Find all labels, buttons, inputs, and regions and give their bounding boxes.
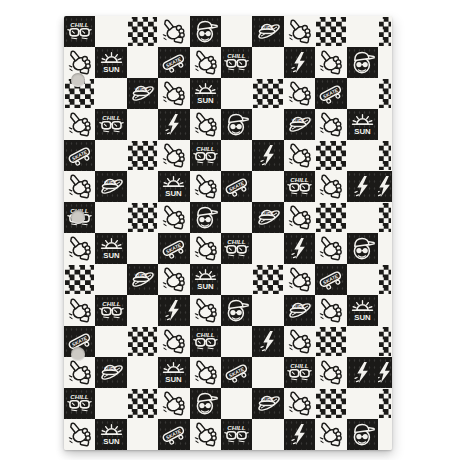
surf-icon bbox=[98, 359, 125, 386]
hand-icon bbox=[317, 235, 344, 262]
cell-checker bbox=[378, 326, 392, 357]
hand-icon bbox=[286, 328, 313, 355]
cell-skate bbox=[158, 419, 189, 450]
hand-icon bbox=[66, 235, 93, 262]
cell-skull bbox=[347, 233, 378, 264]
cell-chill bbox=[190, 326, 221, 357]
sun-icon bbox=[192, 266, 219, 293]
cell-hand bbox=[190, 295, 221, 326]
cell-skull bbox=[347, 47, 378, 78]
cell-checker bbox=[315, 326, 346, 357]
skull-icon bbox=[223, 111, 250, 138]
cell-surf bbox=[95, 171, 126, 202]
hand-icon bbox=[66, 359, 93, 386]
chill-icon bbox=[223, 421, 250, 448]
cell-checker bbox=[127, 140, 158, 171]
cell-skull bbox=[190, 202, 221, 233]
hand-icon bbox=[66, 421, 93, 448]
punch-hole-top bbox=[71, 73, 85, 87]
cell-checker bbox=[378, 264, 392, 295]
cell-hand bbox=[315, 109, 346, 140]
lightning-icon bbox=[286, 421, 313, 448]
cell-hand bbox=[284, 78, 315, 109]
hand-icon bbox=[160, 390, 187, 417]
cell-lightning bbox=[378, 171, 392, 202]
lightning-icon bbox=[255, 142, 282, 169]
cell-blank bbox=[127, 357, 158, 388]
cell-checker bbox=[315, 16, 346, 47]
cell-lightning bbox=[284, 233, 315, 264]
hand-icon bbox=[286, 204, 313, 231]
cell-checker bbox=[64, 264, 95, 295]
cell-hand bbox=[158, 140, 189, 171]
lightning-icon bbox=[378, 173, 392, 200]
cell-blank bbox=[95, 16, 126, 47]
cell-hand bbox=[158, 388, 189, 419]
cell-sun bbox=[158, 171, 189, 202]
cell-blank bbox=[95, 264, 126, 295]
cell-sun bbox=[190, 78, 221, 109]
hand-icon bbox=[66, 49, 93, 76]
hand-icon bbox=[286, 266, 313, 293]
cell-skull bbox=[190, 16, 221, 47]
cell-sun bbox=[347, 109, 378, 140]
cell-hand bbox=[284, 202, 315, 233]
cell-blank bbox=[347, 16, 378, 47]
cell-blank bbox=[221, 326, 252, 357]
surf-icon bbox=[286, 297, 313, 324]
cell-blank bbox=[221, 16, 252, 47]
punch-hole-bottom bbox=[71, 347, 85, 361]
hand-icon bbox=[160, 266, 187, 293]
cell-blank bbox=[95, 202, 126, 233]
cell-blank bbox=[95, 388, 126, 419]
cell-hand bbox=[64, 419, 95, 450]
cell-checker bbox=[378, 140, 392, 171]
cell-surf bbox=[127, 78, 158, 109]
chill-icon bbox=[223, 235, 250, 262]
skate-icon bbox=[223, 359, 250, 386]
cell-surf bbox=[95, 357, 126, 388]
cell-skate bbox=[221, 357, 252, 388]
lightning-icon bbox=[378, 359, 392, 386]
cell-checker bbox=[127, 202, 158, 233]
skate-icon bbox=[160, 235, 187, 262]
pattern-grid bbox=[64, 16, 392, 450]
cell-surf bbox=[127, 264, 158, 295]
sun-icon bbox=[349, 111, 376, 138]
cell-chill bbox=[64, 388, 95, 419]
cell-checker bbox=[127, 388, 158, 419]
cell-sun bbox=[95, 419, 126, 450]
cell-chill bbox=[190, 140, 221, 171]
cell-checker bbox=[315, 202, 346, 233]
cell-blank bbox=[347, 326, 378, 357]
cell-blank bbox=[252, 295, 283, 326]
sun-icon bbox=[192, 80, 219, 107]
hand-icon bbox=[66, 297, 93, 324]
hand-icon bbox=[192, 49, 219, 76]
cell-blank bbox=[252, 171, 283, 202]
cell-lightning bbox=[284, 47, 315, 78]
lightning-icon bbox=[160, 297, 187, 324]
cell-lightning bbox=[252, 326, 283, 357]
cell-blank bbox=[347, 264, 378, 295]
product-photo bbox=[0, 0, 460, 460]
cell-lightning bbox=[284, 419, 315, 450]
cell-blank bbox=[95, 140, 126, 171]
cell-chill bbox=[221, 47, 252, 78]
hand-icon bbox=[160, 18, 187, 45]
skull-icon bbox=[192, 18, 219, 45]
skull-icon bbox=[192, 390, 219, 417]
cell-blank bbox=[127, 295, 158, 326]
hand-icon bbox=[317, 173, 344, 200]
hand-icon bbox=[192, 235, 219, 262]
cell-blank bbox=[252, 233, 283, 264]
lightning-icon bbox=[286, 235, 313, 262]
sun-icon bbox=[98, 49, 125, 76]
skate-icon bbox=[160, 421, 187, 448]
cell-sun bbox=[158, 357, 189, 388]
cell-blank bbox=[221, 140, 252, 171]
chill-icon bbox=[192, 328, 219, 355]
cell-hand bbox=[284, 264, 315, 295]
surf-icon bbox=[98, 173, 125, 200]
hand-icon bbox=[160, 328, 187, 355]
skate-icon bbox=[66, 142, 93, 169]
cell-hand bbox=[64, 295, 95, 326]
cell-blank bbox=[127, 109, 158, 140]
cell-sun bbox=[95, 233, 126, 264]
cell-surf bbox=[252, 388, 283, 419]
chill-icon bbox=[66, 18, 93, 45]
cell-chill bbox=[64, 16, 95, 47]
cell-skull bbox=[221, 295, 252, 326]
surf-icon bbox=[255, 204, 282, 231]
cell-blank bbox=[252, 109, 283, 140]
cell-blank bbox=[221, 388, 252, 419]
cell-surf bbox=[284, 109, 315, 140]
cell-blank bbox=[252, 357, 283, 388]
cell-hand bbox=[158, 326, 189, 357]
lightning-icon bbox=[349, 173, 376, 200]
hand-icon bbox=[317, 359, 344, 386]
cell-lightning bbox=[347, 357, 378, 388]
cell-skull bbox=[347, 419, 378, 450]
hand-icon bbox=[66, 111, 93, 138]
cell-lightning bbox=[252, 140, 283, 171]
cell-lightning bbox=[158, 295, 189, 326]
cell-blank bbox=[347, 78, 378, 109]
cell-blank bbox=[127, 47, 158, 78]
cell-hand bbox=[190, 357, 221, 388]
sun-icon bbox=[98, 235, 125, 262]
chill-icon bbox=[192, 142, 219, 169]
hand-icon bbox=[160, 80, 187, 107]
cell-blank bbox=[95, 78, 126, 109]
cell-blank bbox=[221, 78, 252, 109]
cell-hand bbox=[315, 233, 346, 264]
hand-icon bbox=[317, 49, 344, 76]
skull-icon bbox=[223, 297, 250, 324]
surf-icon bbox=[129, 266, 156, 293]
cell-hand bbox=[315, 357, 346, 388]
cell-lightning bbox=[347, 171, 378, 202]
cell-hand bbox=[158, 16, 189, 47]
hand-icon bbox=[160, 142, 187, 169]
cell-hand bbox=[190, 109, 221, 140]
cell-checker bbox=[315, 140, 346, 171]
cell-hand bbox=[64, 171, 95, 202]
cell-blank bbox=[347, 388, 378, 419]
cell-blank bbox=[127, 171, 158, 202]
cell-hand bbox=[190, 47, 221, 78]
cell-checker bbox=[378, 388, 392, 419]
cell-chill bbox=[221, 419, 252, 450]
cell-blank bbox=[378, 419, 392, 450]
surf-icon bbox=[255, 18, 282, 45]
cell-surf bbox=[284, 295, 315, 326]
cell-blank bbox=[95, 326, 126, 357]
cell-hand bbox=[315, 295, 346, 326]
chill-icon bbox=[98, 111, 125, 138]
sun-icon bbox=[160, 359, 187, 386]
hand-icon bbox=[286, 390, 313, 417]
cell-lightning bbox=[158, 109, 189, 140]
cell-skull bbox=[190, 388, 221, 419]
cell-chill bbox=[95, 109, 126, 140]
cell-hand bbox=[64, 357, 95, 388]
hand-icon bbox=[286, 142, 313, 169]
cell-blank bbox=[221, 264, 252, 295]
hand-icon bbox=[317, 297, 344, 324]
hand-icon bbox=[317, 421, 344, 448]
skate-icon bbox=[223, 173, 250, 200]
hand-icon bbox=[192, 297, 219, 324]
cell-blank bbox=[252, 419, 283, 450]
cell-hand bbox=[284, 16, 315, 47]
cell-hand bbox=[190, 419, 221, 450]
skull-icon bbox=[349, 421, 376, 448]
cell-chill bbox=[284, 357, 315, 388]
lightning-icon bbox=[286, 49, 313, 76]
hand-icon bbox=[286, 80, 313, 107]
cell-skate bbox=[158, 233, 189, 264]
hand-icon bbox=[160, 204, 187, 231]
skull-icon bbox=[192, 204, 219, 231]
chill-icon bbox=[223, 49, 250, 76]
chill-icon bbox=[286, 173, 313, 200]
cell-skull bbox=[221, 109, 252, 140]
lightning-icon bbox=[349, 359, 376, 386]
cell-blank bbox=[347, 202, 378, 233]
cell-checker bbox=[315, 388, 346, 419]
cell-checker bbox=[127, 16, 158, 47]
cell-blank bbox=[378, 47, 392, 78]
surf-icon bbox=[286, 111, 313, 138]
hand-icon bbox=[317, 111, 344, 138]
cell-hand bbox=[190, 233, 221, 264]
cell-surf bbox=[252, 202, 283, 233]
cell-checker bbox=[378, 202, 392, 233]
hand-icon bbox=[192, 173, 219, 200]
surf-icon bbox=[129, 80, 156, 107]
lightning-icon bbox=[255, 328, 282, 355]
cell-hand bbox=[284, 388, 315, 419]
cell-sun bbox=[347, 295, 378, 326]
sun-icon bbox=[349, 297, 376, 324]
cell-checker bbox=[127, 326, 158, 357]
cell-lightning bbox=[378, 357, 392, 388]
chill-icon bbox=[66, 390, 93, 417]
skull-icon bbox=[349, 235, 376, 262]
chill-icon bbox=[286, 359, 313, 386]
cell-blank bbox=[378, 295, 392, 326]
cell-skate bbox=[315, 78, 346, 109]
cell-checker bbox=[378, 16, 392, 47]
cell-blank bbox=[347, 140, 378, 171]
hand-icon bbox=[192, 359, 219, 386]
folder-cover bbox=[64, 16, 392, 450]
hand-icon bbox=[192, 421, 219, 448]
cell-surf bbox=[252, 16, 283, 47]
cell-skate bbox=[64, 140, 95, 171]
cell-chill bbox=[221, 233, 252, 264]
hand-icon bbox=[192, 111, 219, 138]
cell-blank bbox=[127, 233, 158, 264]
cell-blank bbox=[378, 233, 392, 264]
cell-checker bbox=[378, 78, 392, 109]
skate-icon bbox=[160, 49, 187, 76]
surf-icon bbox=[255, 390, 282, 417]
chill-icon bbox=[98, 297, 125, 324]
sun-icon bbox=[160, 173, 187, 200]
cell-hand bbox=[284, 140, 315, 171]
lightning-icon bbox=[160, 111, 187, 138]
sun-icon bbox=[98, 421, 125, 448]
cell-sun bbox=[190, 264, 221, 295]
skate-icon bbox=[317, 80, 344, 107]
cell-chill bbox=[95, 295, 126, 326]
skull-icon bbox=[349, 49, 376, 76]
hand-icon bbox=[286, 18, 313, 45]
cell-blank bbox=[127, 419, 158, 450]
cell-hand bbox=[190, 171, 221, 202]
cell-hand bbox=[284, 326, 315, 357]
cell-checker bbox=[252, 264, 283, 295]
cell-hand bbox=[315, 47, 346, 78]
skate-icon bbox=[317, 266, 344, 293]
cell-blank bbox=[378, 109, 392, 140]
cell-skate bbox=[315, 264, 346, 295]
cell-hand bbox=[64, 109, 95, 140]
cell-hand bbox=[158, 202, 189, 233]
cell-hand bbox=[315, 171, 346, 202]
cell-blank bbox=[221, 202, 252, 233]
cell-blank bbox=[252, 47, 283, 78]
cell-hand bbox=[158, 78, 189, 109]
cell-checker bbox=[252, 78, 283, 109]
cell-sun bbox=[95, 47, 126, 78]
cell-skate bbox=[221, 171, 252, 202]
hand-icon bbox=[66, 173, 93, 200]
cell-chill bbox=[284, 171, 315, 202]
punch-hole-middle bbox=[71, 210, 85, 224]
cell-hand bbox=[315, 419, 346, 450]
cell-skate bbox=[158, 47, 189, 78]
cell-hand bbox=[64, 233, 95, 264]
cell-hand bbox=[158, 264, 189, 295]
